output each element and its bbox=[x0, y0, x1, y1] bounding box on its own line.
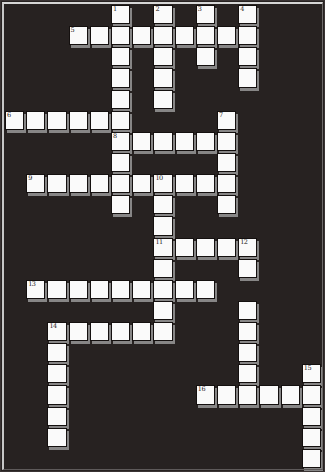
block-r2c3 bbox=[69, 47, 88, 66]
block-r19c3 bbox=[69, 407, 88, 426]
block-r15c13 bbox=[281, 322, 300, 341]
block-r1c2 bbox=[47, 26, 66, 45]
cell-r7c5[interactable] bbox=[111, 153, 130, 172]
block-r14c10 bbox=[217, 301, 236, 320]
block-r3c6 bbox=[132, 68, 151, 87]
cell-r15c6[interactable] bbox=[132, 322, 151, 341]
block-r11c2 bbox=[47, 238, 66, 257]
block-r15c10 bbox=[217, 322, 236, 341]
cell-r2c7[interactable] bbox=[153, 47, 172, 66]
block-r14c8 bbox=[175, 301, 194, 320]
clue-number-9: 9 bbox=[28, 175, 32, 182]
block-r12c12 bbox=[259, 259, 278, 278]
block-r20c9 bbox=[196, 428, 215, 447]
block-r2c14 bbox=[302, 47, 321, 66]
clue-number-1: 1 bbox=[113, 6, 117, 13]
block-r20c13 bbox=[281, 428, 300, 447]
block-r12c4 bbox=[90, 259, 109, 278]
block-r12c10 bbox=[217, 259, 236, 278]
block-r0c12 bbox=[259, 5, 278, 24]
clue-number-4: 4 bbox=[240, 6, 244, 13]
block-r10c11 bbox=[238, 216, 257, 235]
cell-r15c3[interactable] bbox=[69, 322, 88, 341]
block-r20c11 bbox=[238, 428, 257, 447]
block-r16c4 bbox=[90, 343, 109, 362]
cell-r11c11[interactable]: 12 bbox=[238, 238, 257, 257]
block-r11c14 bbox=[302, 238, 321, 257]
block-r17c5 bbox=[111, 364, 130, 383]
cell-r15c5[interactable] bbox=[111, 322, 130, 341]
block-r19c0 bbox=[5, 407, 24, 426]
block-r9c3 bbox=[69, 195, 88, 214]
block-r10c4 bbox=[90, 216, 109, 235]
block-r21c11 bbox=[238, 449, 257, 468]
cell-r5c4[interactable] bbox=[90, 111, 109, 130]
cell-r11c10[interactable] bbox=[217, 238, 236, 257]
cell-r13c7[interactable] bbox=[153, 280, 172, 299]
block-r7c12 bbox=[259, 153, 278, 172]
block-r11c1 bbox=[26, 238, 45, 257]
cell-r2c5[interactable] bbox=[111, 47, 130, 66]
cell-r3c7[interactable] bbox=[153, 68, 172, 87]
block-r7c11 bbox=[238, 153, 257, 172]
block-r4c4 bbox=[90, 90, 109, 109]
block-r3c12 bbox=[259, 68, 278, 87]
block-r20c0 bbox=[5, 428, 24, 447]
block-r8c11 bbox=[238, 174, 257, 193]
cell-r2c11[interactable] bbox=[238, 47, 257, 66]
block-r15c12 bbox=[259, 322, 278, 341]
cell-r13c9[interactable] bbox=[196, 280, 215, 299]
block-r14c13 bbox=[281, 301, 300, 320]
block-r12c1 bbox=[26, 259, 45, 278]
block-r0c0 bbox=[5, 5, 24, 24]
block-r14c12 bbox=[259, 301, 278, 320]
block-r17c4 bbox=[90, 364, 109, 383]
block-r19c11 bbox=[238, 407, 257, 426]
block-r6c13 bbox=[281, 132, 300, 151]
cell-r20c2[interactable] bbox=[47, 428, 66, 447]
block-r7c7 bbox=[153, 153, 172, 172]
block-r3c3 bbox=[69, 68, 88, 87]
block-r8c13 bbox=[281, 174, 300, 193]
cell-r18c10[interactable] bbox=[217, 385, 236, 404]
cell-r8c9[interactable] bbox=[196, 174, 215, 193]
block-r0c14 bbox=[302, 5, 321, 24]
block-r2c4 bbox=[90, 47, 109, 66]
block-r5c6 bbox=[132, 111, 151, 130]
block-r5c11 bbox=[238, 111, 257, 130]
block-r1c12 bbox=[259, 26, 278, 45]
block-r21c6 bbox=[132, 449, 151, 468]
block-r7c4 bbox=[90, 153, 109, 172]
block-r12c14 bbox=[302, 259, 321, 278]
block-r20c7 bbox=[153, 428, 172, 447]
block-r9c2 bbox=[47, 195, 66, 214]
block-r9c12 bbox=[259, 195, 278, 214]
block-r0c4 bbox=[90, 5, 109, 24]
block-r10c6 bbox=[132, 216, 151, 235]
cell-r6c8[interactable] bbox=[175, 132, 194, 151]
cell-r15c2[interactable]: 14 bbox=[47, 322, 66, 341]
cell-r18c13[interactable] bbox=[281, 385, 300, 404]
block-r16c8 bbox=[175, 343, 194, 362]
block-r1c13 bbox=[281, 26, 300, 45]
block-r0c13 bbox=[281, 5, 300, 24]
block-r21c13 bbox=[281, 449, 300, 468]
cell-r8c10[interactable] bbox=[217, 174, 236, 193]
block-r12c5 bbox=[111, 259, 130, 278]
block-r14c3 bbox=[69, 301, 88, 320]
block-r16c12 bbox=[259, 343, 278, 362]
block-r14c1 bbox=[26, 301, 45, 320]
cell-r8c3[interactable] bbox=[69, 174, 88, 193]
clue-number-15: 15 bbox=[304, 365, 311, 372]
block-r12c2 bbox=[47, 259, 66, 278]
block-r12c3 bbox=[69, 259, 88, 278]
cell-r3c11[interactable] bbox=[238, 68, 257, 87]
block-r13c0 bbox=[5, 280, 24, 299]
cell-r3c5[interactable] bbox=[111, 68, 130, 87]
cell-r5c5[interactable] bbox=[111, 111, 130, 130]
crossword-board: 12345678910111213141516 bbox=[0, 0, 325, 472]
block-r20c8 bbox=[175, 428, 194, 447]
block-r19c4 bbox=[90, 407, 109, 426]
block-r14c0 bbox=[5, 301, 24, 320]
block-r2c0 bbox=[5, 47, 24, 66]
cell-r16c11[interactable] bbox=[238, 343, 257, 362]
block-r10c0 bbox=[5, 216, 24, 235]
block-r4c6 bbox=[132, 90, 151, 109]
cell-r15c11[interactable] bbox=[238, 322, 257, 341]
cell-r5c0[interactable]: 6 bbox=[5, 111, 24, 130]
cell-r11c8[interactable] bbox=[175, 238, 194, 257]
block-r3c0 bbox=[5, 68, 24, 87]
block-r3c14 bbox=[302, 68, 321, 87]
block-r6c1 bbox=[26, 132, 45, 151]
block-r21c7 bbox=[153, 449, 172, 468]
block-r10c12 bbox=[259, 216, 278, 235]
block-r19c8 bbox=[175, 407, 194, 426]
block-r9c6 bbox=[132, 195, 151, 214]
block-r11c12 bbox=[259, 238, 278, 257]
block-r4c2 bbox=[47, 90, 66, 109]
cell-r8c4[interactable] bbox=[90, 174, 109, 193]
block-r7c3 bbox=[69, 153, 88, 172]
cell-r14c11[interactable] bbox=[238, 301, 257, 320]
cell-r0c9[interactable]: 3 bbox=[196, 5, 215, 24]
block-r13c13 bbox=[281, 280, 300, 299]
block-r9c9 bbox=[196, 195, 215, 214]
cell-r13c4[interactable] bbox=[90, 280, 109, 299]
block-r6c3 bbox=[69, 132, 88, 151]
cell-r7c10[interactable] bbox=[217, 153, 236, 172]
clue-number-12: 12 bbox=[240, 239, 247, 246]
cell-r1c8[interactable] bbox=[175, 26, 194, 45]
block-r9c11 bbox=[238, 195, 257, 214]
cell-r18c2[interactable] bbox=[47, 385, 66, 404]
block-r3c2 bbox=[47, 68, 66, 87]
block-r13c14 bbox=[302, 280, 321, 299]
cell-r18c9[interactable]: 16 bbox=[196, 385, 215, 404]
block-r6c14 bbox=[302, 132, 321, 151]
block-r10c3 bbox=[69, 216, 88, 235]
block-r21c2 bbox=[47, 449, 66, 468]
cell-r8c2[interactable] bbox=[47, 174, 66, 193]
cell-r1c4[interactable] bbox=[90, 26, 109, 45]
block-r10c10 bbox=[217, 216, 236, 235]
cell-r18c12[interactable] bbox=[259, 385, 278, 404]
clue-number-3: 3 bbox=[198, 6, 202, 13]
block-r21c0 bbox=[5, 449, 24, 468]
block-r3c1 bbox=[26, 68, 45, 87]
block-r14c5 bbox=[111, 301, 130, 320]
block-r17c12 bbox=[259, 364, 278, 383]
cell-r8c8[interactable] bbox=[175, 174, 194, 193]
block-r2c2 bbox=[47, 47, 66, 66]
block-r4c11 bbox=[238, 90, 257, 109]
block-r15c0 bbox=[5, 322, 24, 341]
block-r3c4 bbox=[90, 68, 109, 87]
cell-r20c14[interactable] bbox=[302, 428, 321, 447]
block-r15c14 bbox=[302, 322, 321, 341]
cell-r11c7[interactable]: 11 bbox=[153, 238, 172, 257]
cell-r9c7[interactable] bbox=[153, 195, 172, 214]
cell-r6c10[interactable] bbox=[217, 132, 236, 151]
block-r20c3 bbox=[69, 428, 88, 447]
cell-r18c11[interactable] bbox=[238, 385, 257, 404]
block-r19c1 bbox=[26, 407, 45, 426]
block-r11c13 bbox=[281, 238, 300, 257]
block-r8c14 bbox=[302, 174, 321, 193]
block-r20c6 bbox=[132, 428, 151, 447]
block-r7c1 bbox=[26, 153, 45, 172]
block-r4c1 bbox=[26, 90, 45, 109]
block-r4c9 bbox=[196, 90, 215, 109]
cell-r6c5[interactable]: 8 bbox=[111, 132, 130, 151]
cell-r13c3[interactable] bbox=[69, 280, 88, 299]
cell-r17c2[interactable] bbox=[47, 364, 66, 383]
block-r16c9 bbox=[196, 343, 215, 362]
block-r15c8 bbox=[175, 322, 194, 341]
block-r17c0 bbox=[5, 364, 24, 383]
block-r9c14 bbox=[302, 195, 321, 214]
cell-r1c6[interactable] bbox=[132, 26, 151, 45]
cell-r13c8[interactable] bbox=[175, 280, 194, 299]
cell-r1c5[interactable] bbox=[111, 26, 130, 45]
block-r5c9 bbox=[196, 111, 215, 130]
block-r18c4 bbox=[90, 385, 109, 404]
block-r21c10 bbox=[217, 449, 236, 468]
block-r20c1 bbox=[26, 428, 45, 447]
cell-r4c5[interactable] bbox=[111, 90, 130, 109]
block-r6c12 bbox=[259, 132, 278, 151]
cell-r10c7[interactable] bbox=[153, 216, 172, 235]
clue-number-6: 6 bbox=[7, 112, 11, 119]
block-r17c13 bbox=[281, 364, 300, 383]
block-r5c12 bbox=[259, 111, 278, 130]
block-r13c12 bbox=[259, 280, 278, 299]
block-r6c11 bbox=[238, 132, 257, 151]
block-r12c9 bbox=[196, 259, 215, 278]
block-r9c4 bbox=[90, 195, 109, 214]
block-r11c3 bbox=[69, 238, 88, 257]
cell-r6c9[interactable] bbox=[196, 132, 215, 151]
block-r2c12 bbox=[259, 47, 278, 66]
block-r0c2 bbox=[47, 5, 66, 24]
cell-r21c14[interactable] bbox=[302, 449, 321, 468]
block-r2c1 bbox=[26, 47, 45, 66]
block-r14c4 bbox=[90, 301, 109, 320]
cell-r5c10[interactable]: 7 bbox=[217, 111, 236, 130]
block-r12c0 bbox=[5, 259, 24, 278]
clue-number-10: 10 bbox=[155, 175, 162, 182]
block-r18c0 bbox=[5, 385, 24, 404]
cell-r19c2[interactable] bbox=[47, 407, 66, 426]
cell-r5c2[interactable] bbox=[47, 111, 66, 130]
cell-r8c1[interactable]: 9 bbox=[26, 174, 45, 193]
cell-r8c6[interactable] bbox=[132, 174, 151, 193]
block-r7c9 bbox=[196, 153, 215, 172]
block-r11c5 bbox=[111, 238, 130, 257]
block-r17c8 bbox=[175, 364, 194, 383]
block-r13c10 bbox=[217, 280, 236, 299]
block-r17c10 bbox=[217, 364, 236, 383]
block-r4c13 bbox=[281, 90, 300, 109]
block-r14c9 bbox=[196, 301, 215, 320]
cell-r13c6[interactable] bbox=[132, 280, 151, 299]
block-r17c7 bbox=[153, 364, 172, 383]
block-r9c0 bbox=[5, 195, 24, 214]
block-r7c13 bbox=[281, 153, 300, 172]
clue-number-7: 7 bbox=[219, 112, 223, 119]
block-r2c13 bbox=[281, 47, 300, 66]
cell-r12c11[interactable] bbox=[238, 259, 257, 278]
cell-r9c5[interactable] bbox=[111, 195, 130, 214]
block-r19c7 bbox=[153, 407, 172, 426]
block-r18c6 bbox=[132, 385, 151, 404]
block-r4c8 bbox=[175, 90, 194, 109]
cell-r19c14[interactable] bbox=[302, 407, 321, 426]
block-r3c8 bbox=[175, 68, 194, 87]
block-r19c10 bbox=[217, 407, 236, 426]
cell-r6c6[interactable] bbox=[132, 132, 151, 151]
block-r0c8 bbox=[175, 5, 194, 24]
cell-r15c4[interactable] bbox=[90, 322, 109, 341]
cell-r16c2[interactable] bbox=[47, 343, 66, 362]
block-r20c10 bbox=[217, 428, 236, 447]
block-r10c2 bbox=[47, 216, 66, 235]
cell-r17c11[interactable] bbox=[238, 364, 257, 383]
cell-r2c9[interactable] bbox=[196, 47, 215, 66]
cell-r1c7[interactable] bbox=[153, 26, 172, 45]
cell-r18c14[interactable] bbox=[302, 385, 321, 404]
block-r16c1 bbox=[26, 343, 45, 362]
cell-r17c14[interactable]: 15 bbox=[302, 364, 321, 383]
block-r21c12 bbox=[259, 449, 278, 468]
block-r1c0 bbox=[5, 26, 24, 45]
cell-r13c2[interactable] bbox=[47, 280, 66, 299]
block-r9c1 bbox=[26, 195, 45, 214]
cell-r15c7[interactable] bbox=[153, 322, 172, 341]
block-r12c13 bbox=[281, 259, 300, 278]
cell-r8c5[interactable] bbox=[111, 174, 130, 193]
block-r16c13 bbox=[281, 343, 300, 362]
block-r8c0 bbox=[5, 174, 24, 193]
block-r21c1 bbox=[26, 449, 45, 468]
clue-number-8: 8 bbox=[113, 133, 117, 140]
cell-r14c7[interactable] bbox=[153, 301, 172, 320]
block-r7c14 bbox=[302, 153, 321, 172]
block-r0c6 bbox=[132, 5, 151, 24]
block-r2c10 bbox=[217, 47, 236, 66]
cell-r8c7[interactable]: 10 bbox=[153, 174, 172, 193]
block-r18c7 bbox=[153, 385, 172, 404]
block-r10c5 bbox=[111, 216, 130, 235]
block-r15c9 bbox=[196, 322, 215, 341]
block-r3c10 bbox=[217, 68, 236, 87]
cell-r0c11[interactable]: 4 bbox=[238, 5, 257, 24]
block-r6c4 bbox=[90, 132, 109, 151]
cell-r1c9[interactable] bbox=[196, 26, 215, 45]
block-r17c9 bbox=[196, 364, 215, 383]
cell-r1c10[interactable] bbox=[217, 26, 236, 45]
block-r1c1 bbox=[26, 26, 45, 45]
block-r7c0 bbox=[5, 153, 24, 172]
cell-r1c3[interactable]: 5 bbox=[69, 26, 88, 45]
block-r18c3 bbox=[69, 385, 88, 404]
cell-r1c11[interactable] bbox=[238, 26, 257, 45]
cell-r13c5[interactable] bbox=[111, 280, 130, 299]
block-r16c0 bbox=[5, 343, 24, 362]
clue-number-11: 11 bbox=[155, 239, 162, 246]
block-r5c8 bbox=[175, 111, 194, 130]
cell-r13c1[interactable]: 13 bbox=[26, 280, 45, 299]
block-r16c14 bbox=[302, 343, 321, 362]
block-r8c12 bbox=[259, 174, 278, 193]
cell-r4c7[interactable] bbox=[153, 90, 172, 109]
block-r0c3 bbox=[69, 5, 88, 24]
block-r10c9 bbox=[196, 216, 215, 235]
cell-r12c7[interactable] bbox=[153, 259, 172, 278]
block-r6c2 bbox=[47, 132, 66, 151]
block-r1c14 bbox=[302, 26, 321, 45]
block-r21c3 bbox=[69, 449, 88, 468]
block-r7c2 bbox=[47, 153, 66, 172]
block-r20c12 bbox=[259, 428, 278, 447]
block-r11c0 bbox=[5, 238, 24, 257]
cell-r0c5[interactable]: 1 bbox=[111, 5, 130, 24]
cell-r0c7[interactable]: 2 bbox=[153, 5, 172, 24]
cell-r5c3[interactable] bbox=[69, 111, 88, 130]
block-r4c14 bbox=[302, 90, 321, 109]
cell-r11c9[interactable] bbox=[196, 238, 215, 257]
block-r9c13 bbox=[281, 195, 300, 214]
block-r13c11 bbox=[238, 280, 257, 299]
cell-r6c7[interactable] bbox=[153, 132, 172, 151]
block-r19c13 bbox=[281, 407, 300, 426]
block-r16c5 bbox=[111, 343, 130, 362]
block-r4c10 bbox=[217, 90, 236, 109]
block-r4c3 bbox=[69, 90, 88, 109]
cell-r5c1[interactable] bbox=[26, 111, 45, 130]
block-r7c8 bbox=[175, 153, 194, 172]
block-r0c1 bbox=[26, 5, 45, 24]
block-r19c9 bbox=[196, 407, 215, 426]
block-r11c4 bbox=[90, 238, 109, 257]
cell-r9c10[interactable] bbox=[217, 195, 236, 214]
block-r21c9 bbox=[196, 449, 215, 468]
